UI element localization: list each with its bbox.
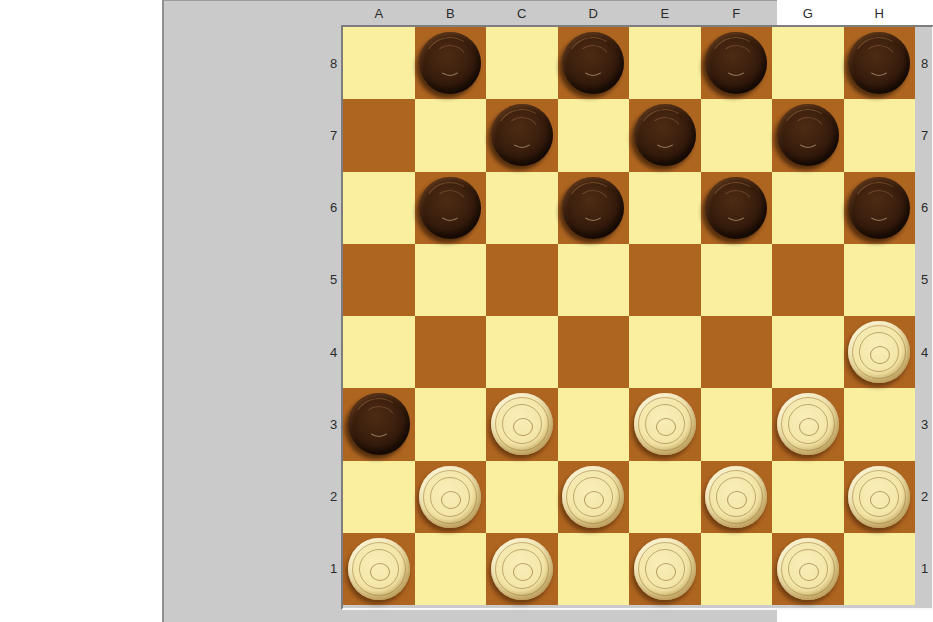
light-piece[interactable] xyxy=(848,466,910,528)
board-frame: 87654321 xyxy=(341,25,933,610)
rank-label-left-7: 7 xyxy=(326,99,341,171)
dark-piece[interactable] xyxy=(491,104,553,166)
square-f1[interactable] xyxy=(701,533,773,605)
light-piece[interactable] xyxy=(634,538,696,600)
light-piece[interactable] xyxy=(848,321,910,383)
dark-piece[interactable] xyxy=(777,104,839,166)
rank-label-right-6: 6 xyxy=(917,172,932,244)
piece-ring xyxy=(868,202,890,221)
piece-ring xyxy=(656,563,676,581)
square-e5[interactable] xyxy=(629,244,701,316)
square-h7[interactable] xyxy=(844,99,916,171)
square-b4[interactable] xyxy=(415,316,487,388)
square-b2[interactable] xyxy=(415,461,487,533)
file-label-g: G xyxy=(772,3,844,24)
square-d8[interactable] xyxy=(558,27,630,99)
square-f3[interactable] xyxy=(701,388,773,460)
rank-label-left-4: 4 xyxy=(326,316,341,388)
square-e4[interactable] xyxy=(629,316,701,388)
rank-labels-left: 87654321 xyxy=(326,27,341,605)
square-g1[interactable] xyxy=(772,533,844,605)
rank-label-left-1: 1 xyxy=(326,533,341,605)
piece-ring xyxy=(441,491,461,509)
board-panel: ABCDEFGH 87654321 87654321 xyxy=(162,0,777,622)
file-label-h: H xyxy=(844,3,916,24)
rank-label-left-8: 8 xyxy=(326,27,341,99)
square-e2[interactable] xyxy=(629,461,701,533)
light-piece[interactable] xyxy=(777,393,839,455)
square-h3[interactable] xyxy=(844,388,916,460)
square-g8[interactable] xyxy=(772,27,844,99)
light-piece[interactable] xyxy=(491,538,553,600)
piece-ring xyxy=(439,202,461,221)
rank-label-right-7: 7 xyxy=(917,99,932,171)
square-c2[interactable] xyxy=(486,461,558,533)
rank-label-right-4: 4 xyxy=(917,316,932,388)
piece-ring xyxy=(370,563,390,581)
file-label-c: C xyxy=(486,3,558,24)
square-d3[interactable] xyxy=(558,388,630,460)
square-e1[interactable] xyxy=(629,533,701,605)
file-label-a: A xyxy=(343,3,415,24)
square-d2[interactable] xyxy=(558,461,630,533)
rank-label-left-3: 3 xyxy=(326,388,341,460)
square-g7[interactable] xyxy=(772,99,844,171)
file-label-f: F xyxy=(701,3,773,24)
square-a3[interactable] xyxy=(343,388,415,460)
square-h1[interactable] xyxy=(844,533,916,605)
square-g6[interactable] xyxy=(772,172,844,244)
dark-piece[interactable] xyxy=(562,177,624,239)
square-h2[interactable] xyxy=(844,461,916,533)
square-c6[interactable] xyxy=(486,172,558,244)
square-d7[interactable] xyxy=(558,99,630,171)
square-b8[interactable] xyxy=(415,27,487,99)
square-h4[interactable] xyxy=(844,316,916,388)
square-d5[interactable] xyxy=(558,244,630,316)
dark-piece[interactable] xyxy=(348,393,410,455)
light-piece[interactable] xyxy=(491,393,553,455)
square-g4[interactable] xyxy=(772,316,844,388)
square-a4[interactable] xyxy=(343,316,415,388)
square-e7[interactable] xyxy=(629,99,701,171)
square-c8[interactable] xyxy=(486,27,558,99)
dark-piece[interactable] xyxy=(562,32,624,94)
square-g3[interactable] xyxy=(772,388,844,460)
square-a1[interactable] xyxy=(343,533,415,605)
file-label-b: B xyxy=(415,3,487,24)
square-b7[interactable] xyxy=(415,99,487,171)
dark-piece[interactable] xyxy=(634,104,696,166)
piece-ring xyxy=(725,202,747,221)
square-f6[interactable] xyxy=(701,172,773,244)
square-d6[interactable] xyxy=(558,172,630,244)
square-b6[interactable] xyxy=(415,172,487,244)
rank-label-right-2: 2 xyxy=(917,461,932,533)
square-e3[interactable] xyxy=(629,388,701,460)
dark-piece[interactable] xyxy=(848,32,910,94)
square-b5[interactable] xyxy=(415,244,487,316)
square-h5[interactable] xyxy=(844,244,916,316)
square-a2[interactable] xyxy=(343,461,415,533)
square-d4[interactable] xyxy=(558,316,630,388)
square-a6[interactable] xyxy=(343,172,415,244)
square-f8[interactable] xyxy=(701,27,773,99)
rank-label-right-1: 1 xyxy=(917,533,932,605)
light-piece[interactable] xyxy=(777,538,839,600)
checkers-board xyxy=(343,27,915,605)
light-piece[interactable] xyxy=(348,538,410,600)
light-piece[interactable] xyxy=(419,466,481,528)
dark-piece[interactable] xyxy=(419,32,481,94)
square-h8[interactable] xyxy=(844,27,916,99)
square-e8[interactable] xyxy=(629,27,701,99)
square-f2[interactable] xyxy=(701,461,773,533)
square-h6[interactable] xyxy=(844,172,916,244)
square-f5[interactable] xyxy=(701,244,773,316)
square-d1[interactable] xyxy=(558,533,630,605)
square-g5[interactable] xyxy=(772,244,844,316)
piece-ring xyxy=(513,563,533,581)
rank-label-left-2: 2 xyxy=(326,461,341,533)
square-f4[interactable] xyxy=(701,316,773,388)
rank-label-right-5: 5 xyxy=(917,244,932,316)
file-label-e: E xyxy=(629,3,701,24)
piece-ring xyxy=(582,202,604,221)
rank-labels-right: 87654321 xyxy=(917,27,932,605)
square-b1[interactable] xyxy=(415,533,487,605)
piece-ring xyxy=(727,491,747,509)
square-a8[interactable] xyxy=(343,27,415,99)
dark-piece[interactable] xyxy=(848,177,910,239)
rank-label-right-8: 8 xyxy=(917,27,932,99)
square-c7[interactable] xyxy=(486,99,558,171)
square-b3[interactable] xyxy=(415,388,487,460)
square-a5[interactable] xyxy=(343,244,415,316)
file-labels: ABCDEFGH xyxy=(343,3,915,24)
piece-ring xyxy=(584,491,604,509)
dark-piece[interactable] xyxy=(419,177,481,239)
square-c1[interactable] xyxy=(486,533,558,605)
page: ABCDEFGH 87654321 87654321 xyxy=(0,0,933,622)
piece-ring xyxy=(870,491,890,509)
dark-piece[interactable] xyxy=(705,32,767,94)
rank-label-left-6: 6 xyxy=(326,172,341,244)
light-piece[interactable] xyxy=(634,393,696,455)
square-c4[interactable] xyxy=(486,316,558,388)
square-f7[interactable] xyxy=(701,99,773,171)
square-c5[interactable] xyxy=(486,244,558,316)
rank-label-right-3: 3 xyxy=(917,388,932,460)
square-a7[interactable] xyxy=(343,99,415,171)
square-c3[interactable] xyxy=(486,388,558,460)
file-label-d: D xyxy=(558,3,630,24)
piece-ring xyxy=(799,563,819,581)
square-e6[interactable] xyxy=(629,172,701,244)
rank-label-left-5: 5 xyxy=(326,244,341,316)
light-piece[interactable] xyxy=(705,466,767,528)
dark-piece[interactable] xyxy=(705,177,767,239)
square-g2[interactable] xyxy=(772,461,844,533)
light-piece[interactable] xyxy=(562,466,624,528)
